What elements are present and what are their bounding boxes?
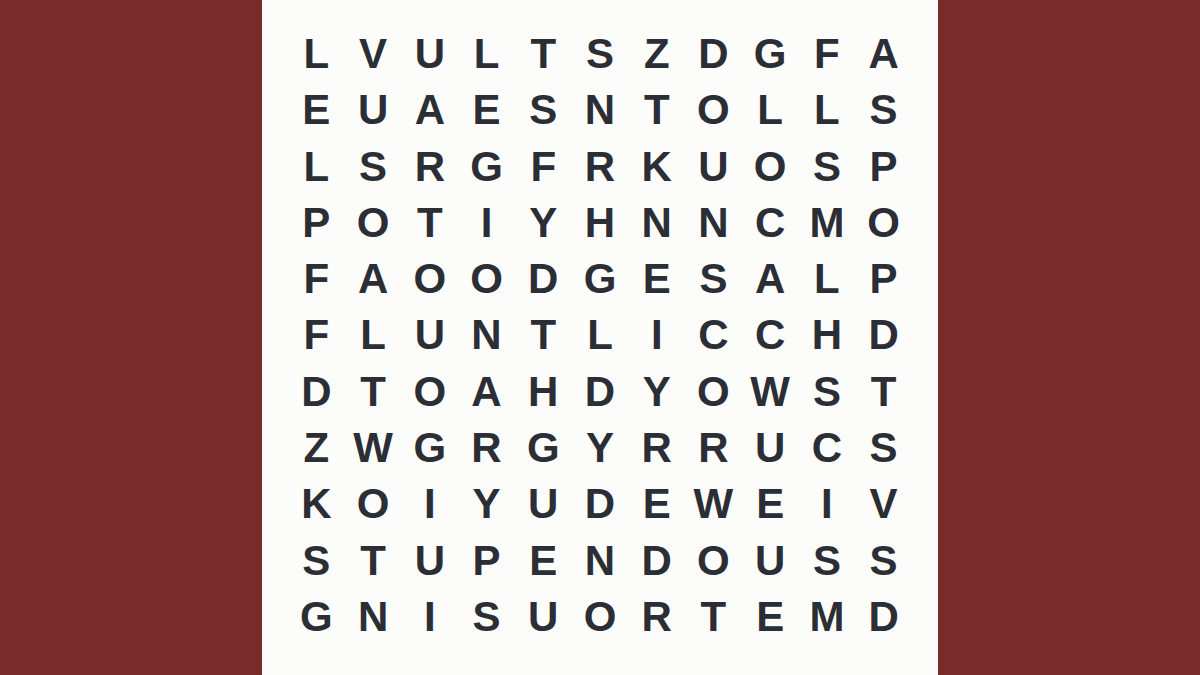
grid-cell[interactable]: G — [288, 589, 345, 645]
grid-cell[interactable]: O — [345, 195, 402, 251]
grid-cell[interactable]: D — [685, 26, 742, 82]
grid-cell[interactable]: O — [742, 139, 799, 195]
grid-cell[interactable]: S — [799, 139, 856, 195]
grid-cell[interactable]: D — [855, 589, 912, 645]
grid-cell[interactable]: W — [685, 476, 742, 532]
grid-cell[interactable]: P — [855, 139, 912, 195]
grid-cell[interactable]: U — [515, 589, 572, 645]
grid-cell[interactable]: F — [515, 139, 572, 195]
grid-cell[interactable]: V — [855, 476, 912, 532]
grid-cell[interactable]: R — [401, 139, 458, 195]
grid-cell[interactable]: O — [401, 251, 458, 307]
grid-cell[interactable]: S — [515, 82, 572, 138]
grid-cell[interactable]: S — [458, 589, 515, 645]
grid-cell[interactable]: A — [742, 251, 799, 307]
grid-cell[interactable]: T — [345, 532, 402, 588]
grid-cell[interactable]: L — [742, 82, 799, 138]
grid-cell[interactable]: D — [628, 532, 685, 588]
grid-cell[interactable]: H — [515, 364, 572, 420]
grid-cell[interactable]: L — [345, 307, 402, 363]
grid-cell[interactable]: K — [288, 476, 345, 532]
grid-cell[interactable]: O — [685, 532, 742, 588]
grid-cell[interactable]: N — [572, 82, 629, 138]
grid-cell[interactable]: U — [515, 476, 572, 532]
grid-cell[interactable]: E — [458, 82, 515, 138]
grid-cell[interactable]: K — [628, 139, 685, 195]
grid-cell[interactable]: C — [799, 420, 856, 476]
grid-cell[interactable]: S — [572, 26, 629, 82]
grid-cell[interactable]: C — [742, 195, 799, 251]
grid-cell[interactable]: L — [288, 26, 345, 82]
grid-cell[interactable]: L — [572, 307, 629, 363]
grid-cell[interactable]: U — [742, 420, 799, 476]
grid-cell[interactable]: L — [458, 26, 515, 82]
grid-cell[interactable]: N — [345, 589, 402, 645]
grid-cell[interactable]: N — [685, 195, 742, 251]
grid-cell[interactable]: S — [799, 364, 856, 420]
grid-cell[interactable]: N — [572, 532, 629, 588]
grid-cell[interactable]: C — [685, 307, 742, 363]
grid-cell[interactable]: U — [401, 26, 458, 82]
grid-cell[interactable]: H — [572, 195, 629, 251]
grid-cell[interactable]: F — [288, 307, 345, 363]
grid-cell[interactable]: N — [628, 195, 685, 251]
page-background: LVULTSZDGFAEUAESNTOLLSLSRGFRKUOSPPOTIYHN… — [0, 0, 1200, 675]
grid-cell[interactable]: A — [855, 26, 912, 82]
grid-cell[interactable]: M — [799, 195, 856, 251]
grid-cell[interactable]: T — [855, 364, 912, 420]
grid-cell[interactable]: E — [628, 251, 685, 307]
grid-cell[interactable]: M — [799, 589, 856, 645]
grid-cell[interactable]: T — [628, 82, 685, 138]
grid-cell[interactable]: O — [345, 476, 402, 532]
grid-cell[interactable]: R — [628, 420, 685, 476]
grid-cell[interactable]: T — [685, 589, 742, 645]
grid-cell[interactable]: Z — [628, 26, 685, 82]
word-search-grid: LVULTSZDGFAEUAESNTOLLSLSRGFRKUOSPPOTIYHN… — [288, 26, 912, 645]
grid-cell[interactable]: H — [799, 307, 856, 363]
grid-cell[interactable]: C — [742, 307, 799, 363]
grid-cell[interactable]: R — [685, 420, 742, 476]
grid-cell[interactable]: W — [742, 364, 799, 420]
grid-cell[interactable]: G — [742, 26, 799, 82]
grid-cell[interactable]: O — [685, 82, 742, 138]
grid-cell[interactable]: A — [458, 364, 515, 420]
grid-cell[interactable]: I — [799, 476, 856, 532]
grid-cell[interactable]: D — [572, 364, 629, 420]
grid-cell[interactable]: Y — [572, 420, 629, 476]
grid-cell[interactable]: V — [345, 26, 402, 82]
grid-cell[interactable]: E — [742, 476, 799, 532]
grid-cell[interactable]: S — [345, 139, 402, 195]
grid-cell[interactable]: U — [345, 82, 402, 138]
grid-cell[interactable]: R — [458, 420, 515, 476]
grid-cell[interactable]: D — [855, 307, 912, 363]
grid-cell[interactable]: U — [742, 532, 799, 588]
grid-cell[interactable]: P — [288, 195, 345, 251]
grid-cell[interactable]: U — [685, 139, 742, 195]
grid-cell[interactable]: T — [515, 307, 572, 363]
grid-cell[interactable]: S — [799, 532, 856, 588]
grid-cell[interactable]: T — [401, 195, 458, 251]
grid-cell[interactable]: O — [401, 364, 458, 420]
grid-cell[interactable]: S — [855, 420, 912, 476]
grid-cell[interactable]: E — [515, 532, 572, 588]
grid-cell[interactable]: N — [458, 307, 515, 363]
grid-cell[interactable]: W — [345, 420, 402, 476]
grid-cell[interactable]: O — [458, 251, 515, 307]
grid-cell[interactable]: G — [458, 139, 515, 195]
grid-cell[interactable]: A — [345, 251, 402, 307]
grid-cell[interactable]: F — [288, 251, 345, 307]
grid-cell[interactable]: S — [288, 532, 345, 588]
grid-cell[interactable]: E — [742, 589, 799, 645]
grid-cell[interactable]: O — [572, 589, 629, 645]
grid-cell[interactable]: E — [628, 476, 685, 532]
grid-cell[interactable]: O — [855, 195, 912, 251]
grid-cell[interactable]: F — [799, 26, 856, 82]
grid-cell[interactable]: P — [458, 532, 515, 588]
grid-cell[interactable]: I — [401, 589, 458, 645]
grid-cell[interactable]: L — [799, 82, 856, 138]
grid-cell[interactable]: D — [572, 476, 629, 532]
grid-cell[interactable]: D — [288, 364, 345, 420]
grid-cell[interactable]: G — [572, 251, 629, 307]
grid-cell[interactable]: L — [799, 251, 856, 307]
grid-cell[interactable]: I — [458, 195, 515, 251]
grid-cell[interactable]: T — [515, 26, 572, 82]
grid-cell[interactable]: S — [855, 532, 912, 588]
grid-cell[interactable]: I — [628, 307, 685, 363]
grid-cell[interactable]: U — [401, 307, 458, 363]
grid-cell[interactable]: L — [288, 139, 345, 195]
grid-cell[interactable]: R — [628, 589, 685, 645]
grid-cell[interactable]: O — [685, 364, 742, 420]
puzzle-panel: LVULTSZDGFAEUAESNTOLLSLSRGFRKUOSPPOTIYHN… — [262, 0, 938, 675]
grid-cell[interactable]: I — [401, 476, 458, 532]
grid-cell[interactable]: T — [345, 364, 402, 420]
grid-cell[interactable]: G — [401, 420, 458, 476]
grid-cell[interactable]: D — [515, 251, 572, 307]
grid-cell[interactable]: S — [855, 82, 912, 138]
grid-cell[interactable]: A — [401, 82, 458, 138]
grid-cell[interactable]: E — [288, 82, 345, 138]
grid-cell[interactable]: U — [401, 532, 458, 588]
grid-cell[interactable]: Y — [458, 476, 515, 532]
grid-cell[interactable]: S — [685, 251, 742, 307]
grid-cell[interactable]: Y — [628, 364, 685, 420]
grid-cell[interactable]: Z — [288, 420, 345, 476]
grid-cell[interactable]: R — [572, 139, 629, 195]
grid-cell[interactable]: G — [515, 420, 572, 476]
grid-cell[interactable]: P — [855, 251, 912, 307]
grid-cell[interactable]: Y — [515, 195, 572, 251]
